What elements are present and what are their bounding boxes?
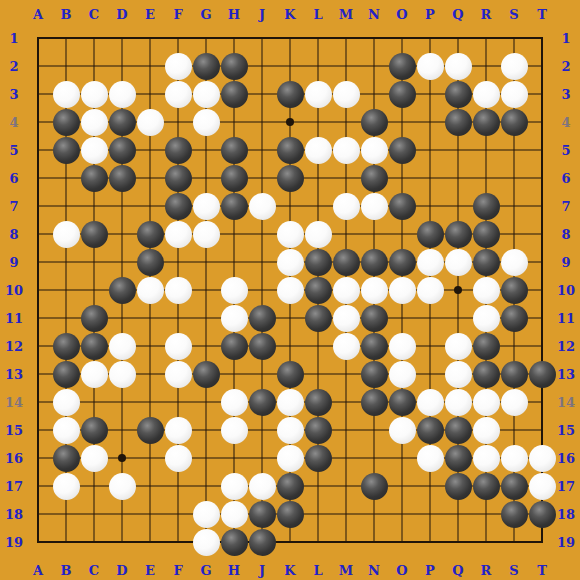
black-stone-K5 <box>277 137 304 164</box>
black-stone-R7 <box>473 193 500 220</box>
black-stone-J19 <box>249 529 276 556</box>
black-stone-Q3 <box>445 81 472 108</box>
white-stone-Q12 <box>445 333 472 360</box>
col-label-top-Q: Q <box>452 8 463 21</box>
black-stone-C8 <box>81 221 108 248</box>
white-stone-D17 <box>109 473 136 500</box>
row-label-left-14: 14 <box>5 396 23 409</box>
row-label-left-3: 3 <box>9 88 18 101</box>
black-stone-Q17 <box>445 473 472 500</box>
white-stone-S16 <box>501 445 528 472</box>
col-label-bottom-T: T <box>537 564 547 577</box>
row-label-right-2: 2 <box>561 60 570 73</box>
row-label-right-11: 11 <box>557 312 575 325</box>
black-stone-O14 <box>389 389 416 416</box>
col-label-bottom-K: K <box>284 564 295 577</box>
black-stone-T13 <box>529 361 556 388</box>
white-stone-G18 <box>193 501 220 528</box>
black-stone-N11 <box>361 305 388 332</box>
row-label-right-8: 8 <box>561 228 570 241</box>
col-label-bottom-C: C <box>89 564 99 577</box>
white-stone-B3 <box>53 81 80 108</box>
row-label-left-17: 17 <box>5 480 23 493</box>
white-stone-H15 <box>221 417 248 444</box>
star-point-K4 <box>286 118 294 126</box>
black-stone-K13 <box>277 361 304 388</box>
black-stone-O5 <box>389 137 416 164</box>
black-stone-C12 <box>81 333 108 360</box>
white-stone-K14 <box>277 389 304 416</box>
black-stone-L10 <box>305 277 332 304</box>
black-stone-P8 <box>417 221 444 248</box>
white-stone-P14 <box>417 389 444 416</box>
col-label-bottom-P: P <box>425 564 435 577</box>
go-board[interactable]: AABBCCDDEEFFGGHHJJKKLLMMNNOOPPQQRRSSTT11… <box>0 0 580 580</box>
white-stone-O15 <box>389 417 416 444</box>
white-stone-J7 <box>249 193 276 220</box>
white-stone-M5 <box>333 137 360 164</box>
row-label-right-6: 6 <box>561 172 570 185</box>
col-label-top-D: D <box>116 8 127 21</box>
col-label-bottom-M: M <box>339 564 353 577</box>
row-label-left-11: 11 <box>5 312 23 325</box>
black-stone-J12 <box>249 333 276 360</box>
white-stone-F3 <box>165 81 192 108</box>
col-label-bottom-S: S <box>509 564 518 577</box>
row-label-right-13: 13 <box>557 368 575 381</box>
col-label-top-K: K <box>284 8 295 21</box>
white-stone-M10 <box>333 277 360 304</box>
white-stone-T16 <box>529 445 556 472</box>
black-stone-H2 <box>221 53 248 80</box>
white-stone-S9 <box>501 249 528 276</box>
black-stone-B4 <box>53 109 80 136</box>
white-stone-L5 <box>305 137 332 164</box>
black-stone-C11 <box>81 305 108 332</box>
black-stone-L14 <box>305 389 332 416</box>
white-stone-C13 <box>81 361 108 388</box>
white-stone-O10 <box>389 277 416 304</box>
white-stone-P9 <box>417 249 444 276</box>
white-stone-M3 <box>333 81 360 108</box>
black-stone-L11 <box>305 305 332 332</box>
black-stone-E8 <box>137 221 164 248</box>
row-label-left-1: 1 <box>9 32 18 45</box>
black-stone-H6 <box>221 165 248 192</box>
white-stone-K15 <box>277 417 304 444</box>
white-stone-F10 <box>165 277 192 304</box>
black-stone-F7 <box>165 193 192 220</box>
col-label-top-P: P <box>425 8 435 21</box>
black-stone-N12 <box>361 333 388 360</box>
black-stone-R13 <box>473 361 500 388</box>
col-label-bottom-L: L <box>313 564 322 577</box>
row-label-left-5: 5 <box>9 144 18 157</box>
col-label-bottom-F: F <box>173 564 182 577</box>
black-stone-Q4 <box>445 109 472 136</box>
row-label-right-12: 12 <box>557 340 575 353</box>
row-label-left-13: 13 <box>5 368 23 381</box>
black-stone-G13 <box>193 361 220 388</box>
black-stone-S17 <box>501 473 528 500</box>
black-stone-H7 <box>221 193 248 220</box>
star-point-D16 <box>118 454 126 462</box>
white-stone-F12 <box>165 333 192 360</box>
col-label-top-N: N <box>368 8 380 21</box>
black-stone-N9 <box>361 249 388 276</box>
white-stone-P2 <box>417 53 444 80</box>
black-stone-D5 <box>109 137 136 164</box>
row-label-left-6: 6 <box>9 172 18 185</box>
black-stone-O3 <box>389 81 416 108</box>
white-stone-S14 <box>501 389 528 416</box>
white-stone-C5 <box>81 137 108 164</box>
black-stone-R12 <box>473 333 500 360</box>
white-stone-N5 <box>361 137 388 164</box>
white-stone-D12 <box>109 333 136 360</box>
white-stone-C16 <box>81 445 108 472</box>
white-stone-G3 <box>193 81 220 108</box>
black-stone-R4 <box>473 109 500 136</box>
black-stone-O7 <box>389 193 416 220</box>
white-stone-M11 <box>333 305 360 332</box>
black-stone-N14 <box>361 389 388 416</box>
row-label-right-3: 3 <box>561 88 570 101</box>
row-label-left-4: 4 <box>9 116 18 129</box>
white-stone-D13 <box>109 361 136 388</box>
black-stone-O9 <box>389 249 416 276</box>
col-label-bottom-B: B <box>61 564 72 577</box>
white-stone-Q2 <box>445 53 472 80</box>
black-stone-K6 <box>277 165 304 192</box>
white-stone-K9 <box>277 249 304 276</box>
black-stone-S10 <box>501 277 528 304</box>
white-stone-F16 <box>165 445 192 472</box>
row-label-right-7: 7 <box>561 200 570 213</box>
col-label-top-F: F <box>173 8 182 21</box>
row-label-left-12: 12 <box>5 340 23 353</box>
black-stone-M9 <box>333 249 360 276</box>
black-stone-L15 <box>305 417 332 444</box>
col-label-top-R: R <box>481 8 492 21</box>
col-label-top-L: L <box>313 8 322 21</box>
white-stone-K8 <box>277 221 304 248</box>
row-label-right-18: 18 <box>557 508 575 521</box>
black-stone-Q15 <box>445 417 472 444</box>
white-stone-N10 <box>361 277 388 304</box>
col-label-top-E: E <box>145 8 155 21</box>
row-label-left-8: 8 <box>9 228 18 241</box>
white-stone-L8 <box>305 221 332 248</box>
row-label-right-1: 1 <box>561 32 570 45</box>
black-stone-J11 <box>249 305 276 332</box>
white-stone-B15 <box>53 417 80 444</box>
black-stone-D10 <box>109 277 136 304</box>
white-stone-L3 <box>305 81 332 108</box>
row-label-left-15: 15 <box>5 424 23 437</box>
black-stone-B13 <box>53 361 80 388</box>
col-label-top-M: M <box>339 8 353 21</box>
col-label-top-S: S <box>509 8 518 21</box>
row-label-left-19: 19 <box>5 536 23 549</box>
black-stone-R9 <box>473 249 500 276</box>
white-stone-S3 <box>501 81 528 108</box>
white-stone-C3 <box>81 81 108 108</box>
row-label-right-16: 16 <box>557 452 575 465</box>
black-stone-P15 <box>417 417 444 444</box>
white-stone-R10 <box>473 277 500 304</box>
black-stone-L16 <box>305 445 332 472</box>
black-stone-K18 <box>277 501 304 528</box>
row-label-right-4: 4 <box>561 116 570 129</box>
black-stone-B5 <box>53 137 80 164</box>
white-stone-G4 <box>193 109 220 136</box>
row-label-right-9: 9 <box>561 256 570 269</box>
white-stone-Q13 <box>445 361 472 388</box>
white-stone-H11 <box>221 305 248 332</box>
black-stone-H12 <box>221 333 248 360</box>
white-stone-H14 <box>221 389 248 416</box>
col-label-top-H: H <box>228 8 240 21</box>
white-stone-K10 <box>277 277 304 304</box>
white-stone-M12 <box>333 333 360 360</box>
col-label-bottom-R: R <box>481 564 492 577</box>
black-stone-N6 <box>361 165 388 192</box>
white-stone-J17 <box>249 473 276 500</box>
black-stone-E9 <box>137 249 164 276</box>
row-label-left-7: 7 <box>9 200 18 213</box>
black-stone-K17 <box>277 473 304 500</box>
white-stone-H18 <box>221 501 248 528</box>
white-stone-R3 <box>473 81 500 108</box>
black-stone-O2 <box>389 53 416 80</box>
white-stone-R16 <box>473 445 500 472</box>
white-stone-D3 <box>109 81 136 108</box>
row-label-right-19: 19 <box>557 536 575 549</box>
row-label-left-10: 10 <box>5 284 23 297</box>
white-stone-H10 <box>221 277 248 304</box>
white-stone-N7 <box>361 193 388 220</box>
black-stone-D4 <box>109 109 136 136</box>
white-stone-B8 <box>53 221 80 248</box>
col-label-top-J: J <box>259 8 265 21</box>
black-stone-J14 <box>249 389 276 416</box>
black-stone-R8 <box>473 221 500 248</box>
black-stone-N13 <box>361 361 388 388</box>
white-stone-E10 <box>137 277 164 304</box>
black-stone-S4 <box>501 109 528 136</box>
col-label-bottom-E: E <box>145 564 155 577</box>
white-stone-F2 <box>165 53 192 80</box>
star-point-Q10 <box>454 286 462 294</box>
white-stone-F8 <box>165 221 192 248</box>
white-stone-B14 <box>53 389 80 416</box>
black-stone-D6 <box>109 165 136 192</box>
black-stone-K3 <box>277 81 304 108</box>
white-stone-P10 <box>417 277 444 304</box>
black-stone-F6 <box>165 165 192 192</box>
col-label-bottom-A: A <box>33 564 43 577</box>
white-stone-F13 <box>165 361 192 388</box>
white-stone-G8 <box>193 221 220 248</box>
white-stone-M7 <box>333 193 360 220</box>
col-label-top-O: O <box>396 8 407 21</box>
white-stone-O12 <box>389 333 416 360</box>
col-label-bottom-N: N <box>368 564 380 577</box>
black-stone-G2 <box>193 53 220 80</box>
white-stone-E4 <box>137 109 164 136</box>
row-label-right-10: 10 <box>557 284 575 297</box>
black-stone-Q16 <box>445 445 472 472</box>
white-stone-G19 <box>193 529 220 556</box>
white-stone-K16 <box>277 445 304 472</box>
col-label-bottom-D: D <box>116 564 127 577</box>
white-stone-O13 <box>389 361 416 388</box>
black-stone-S11 <box>501 305 528 332</box>
white-stone-R15 <box>473 417 500 444</box>
white-stone-T17 <box>529 473 556 500</box>
black-stone-Q8 <box>445 221 472 248</box>
black-stone-N4 <box>361 109 388 136</box>
col-label-bottom-J: J <box>259 564 265 577</box>
white-stone-R14 <box>473 389 500 416</box>
col-label-bottom-H: H <box>228 564 240 577</box>
row-label-right-15: 15 <box>557 424 575 437</box>
white-stone-S2 <box>501 53 528 80</box>
black-stone-B12 <box>53 333 80 360</box>
col-label-top-C: C <box>89 8 99 21</box>
black-stone-E15 <box>137 417 164 444</box>
white-stone-H17 <box>221 473 248 500</box>
black-stone-J18 <box>249 501 276 528</box>
white-stone-Q14 <box>445 389 472 416</box>
black-stone-R17 <box>473 473 500 500</box>
row-label-left-18: 18 <box>5 508 23 521</box>
white-stone-F15 <box>165 417 192 444</box>
white-stone-C4 <box>81 109 108 136</box>
black-stone-C6 <box>81 165 108 192</box>
row-label-right-14: 14 <box>557 396 575 409</box>
row-label-left-16: 16 <box>5 452 23 465</box>
white-stone-P16 <box>417 445 444 472</box>
col-label-top-B: B <box>61 8 72 21</box>
white-stone-G7 <box>193 193 220 220</box>
col-label-top-T: T <box>537 8 547 21</box>
black-stone-S13 <box>501 361 528 388</box>
col-label-top-A: A <box>33 8 43 21</box>
row-label-left-9: 9 <box>9 256 18 269</box>
black-stone-C15 <box>81 417 108 444</box>
row-label-left-2: 2 <box>9 60 18 73</box>
black-stone-S18 <box>501 501 528 528</box>
row-label-right-5: 5 <box>561 144 570 157</box>
black-stone-H3 <box>221 81 248 108</box>
col-label-top-G: G <box>200 8 211 21</box>
white-stone-R11 <box>473 305 500 332</box>
black-stone-B16 <box>53 445 80 472</box>
col-label-bottom-G: G <box>200 564 211 577</box>
black-stone-H5 <box>221 137 248 164</box>
white-stone-Q9 <box>445 249 472 276</box>
black-stone-F5 <box>165 137 192 164</box>
black-stone-N17 <box>361 473 388 500</box>
black-stone-L9 <box>305 249 332 276</box>
black-stone-H19 <box>221 529 248 556</box>
black-stone-T18 <box>529 501 556 528</box>
col-label-bottom-O: O <box>396 564 407 577</box>
white-stone-B17 <box>53 473 80 500</box>
row-label-right-17: 17 <box>557 480 575 493</box>
col-label-bottom-Q: Q <box>452 564 463 577</box>
